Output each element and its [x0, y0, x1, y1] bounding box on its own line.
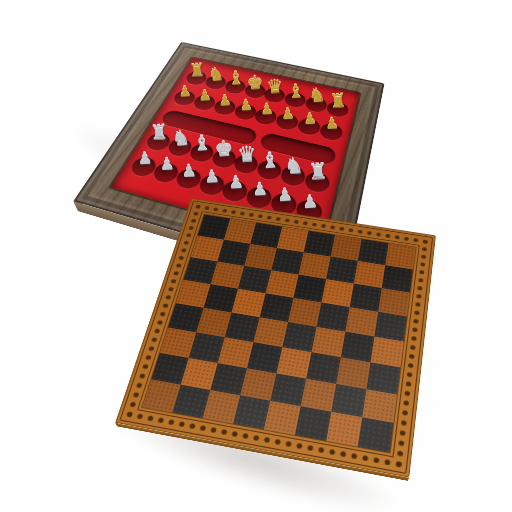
tray-recess — [318, 122, 344, 142]
board-square — [172, 385, 210, 418]
board-square — [301, 379, 337, 412]
chess-board — [115, 198, 436, 478]
board-square — [247, 342, 282, 373]
tray-recess — [274, 112, 300, 132]
board-square — [264, 401, 301, 435]
product-photo: ♜♞♝♚♛♝♞♜♟♟♟♟♟♟♟♟♜♞♝♚♛♝♞♜♟♟♟♟♟♟♟♟ — [0, 0, 512, 512]
board-square — [306, 352, 341, 384]
tray-recess — [209, 147, 238, 169]
board-square — [168, 303, 204, 332]
board-square — [160, 328, 196, 358]
board-square — [225, 312, 260, 342]
tray-recess — [196, 173, 227, 198]
board-square — [331, 384, 366, 417]
board-square — [312, 327, 346, 357]
tray-recess — [283, 91, 308, 109]
tray-recess — [304, 96, 329, 114]
tray-recess — [253, 107, 279, 126]
tray-empty-slot — [258, 132, 337, 166]
board-square — [317, 302, 350, 331]
board-square — [270, 373, 306, 406]
board-square — [240, 368, 276, 401]
tray-recess — [187, 142, 216, 164]
board-square — [196, 308, 231, 337]
tray-recess — [325, 100, 350, 119]
board-square — [142, 379, 180, 412]
board-square — [345, 307, 378, 336]
board-square — [233, 395, 270, 429]
board-square — [295, 406, 331, 441]
board-square — [282, 322, 316, 352]
board-square — [210, 363, 247, 395]
tray-recess — [279, 164, 308, 188]
tray-recess — [150, 161, 181, 185]
board-square — [362, 389, 397, 423]
tray-recess — [128, 155, 159, 178]
board-border — [115, 198, 436, 478]
board-square — [276, 347, 311, 378]
tray-recess — [143, 131, 173, 152]
board-square — [181, 358, 218, 390]
tray-recess — [173, 167, 204, 191]
tray-recess — [165, 137, 195, 158]
board-square — [341, 332, 375, 363]
board-square — [358, 417, 394, 452]
board-square — [366, 362, 400, 394]
board-square — [253, 317, 288, 347]
board-square — [374, 312, 406, 342]
tray-recess — [220, 179, 251, 204]
board-square — [288, 298, 321, 327]
board-square — [336, 357, 370, 389]
tray-recess — [232, 153, 261, 176]
tray-recess — [262, 87, 287, 105]
board-square — [218, 337, 254, 368]
board-square — [151, 353, 188, 385]
tray-recess — [296, 117, 322, 137]
board-square — [189, 332, 225, 363]
board-square — [203, 390, 241, 424]
board-square — [371, 337, 404, 368]
tray-recess — [255, 159, 284, 182]
tray-recess — [303, 170, 332, 194]
board-square — [326, 412, 362, 447]
